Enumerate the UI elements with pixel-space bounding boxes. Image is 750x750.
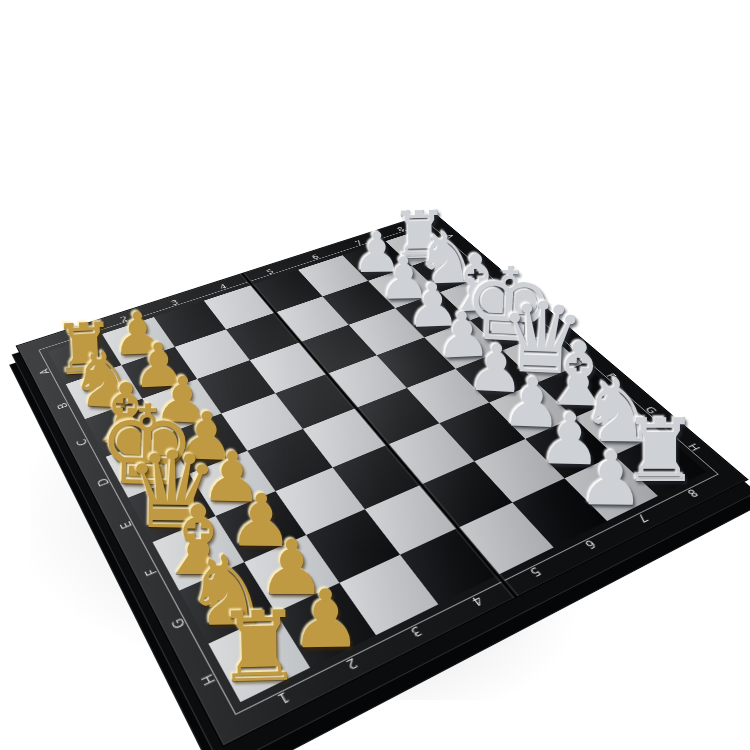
square-e4[interactable]: [303, 408, 387, 467]
square-f6[interactable]: [439, 403, 525, 462]
square-d2[interactable]: [165, 414, 248, 474]
square-g1[interactable]: [179, 562, 275, 644]
edge-labels-rank-numbers-near: 12345678: [240, 472, 726, 729]
square-g4[interactable]: [365, 485, 458, 555]
square-e2[interactable]: [189, 451, 275, 516]
square-f4[interactable]: [333, 445, 421, 509]
square-f5[interactable]: [387, 423, 474, 484]
square-h1[interactable]: [208, 612, 310, 702]
square-e3[interactable]: [247, 429, 332, 491]
square-d1[interactable]: [106, 435, 189, 498]
square-h3[interactable]: [339, 555, 438, 635]
chess-board: 12345678 12345678 ABCDEFGH ABCDEFGH: [17, 212, 747, 745]
square-h6[interactable]: [512, 478, 607, 547]
square-f1[interactable]: [153, 516, 245, 591]
square-g6[interactable]: [474, 439, 564, 503]
square-e1[interactable]: [128, 474, 215, 542]
square-h4[interactable]: [400, 528, 497, 604]
square-f2[interactable]: [216, 491, 307, 562]
square-g7[interactable]: [525, 418, 614, 479]
square-g5[interactable]: [421, 461, 512, 528]
square-h5[interactable]: [458, 503, 554, 576]
file-label-h: H: [661, 428, 727, 467]
square-h7[interactable]: [565, 455, 658, 521]
square-g2[interactable]: [244, 535, 339, 612]
product-photo-scene: 12345678 12345678 ABCDEFGH ABCDEFGH ♜♞♝♚…: [0, 0, 750, 750]
square-g3[interactable]: [306, 509, 400, 583]
square-h2[interactable]: [276, 583, 376, 668]
square-f3[interactable]: [275, 467, 364, 535]
file-label-g: G: [619, 393, 683, 429]
square-h8[interactable]: [614, 433, 706, 496]
